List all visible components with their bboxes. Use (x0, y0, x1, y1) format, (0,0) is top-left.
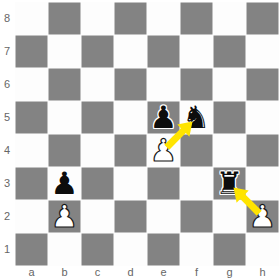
file-label-g: g (213, 266, 246, 280)
square-a3[interactable] (15, 167, 48, 200)
rank-label-5: 5 (0, 101, 14, 134)
piece-black-knight-f5[interactable]: ♞ (180, 101, 213, 134)
square-h5[interactable] (246, 101, 279, 134)
square-h1[interactable] (246, 233, 279, 266)
square-c7[interactable] (81, 35, 114, 68)
square-e2[interactable] (147, 200, 180, 233)
square-h4[interactable] (246, 134, 279, 167)
square-g2[interactable] (213, 200, 246, 233)
square-h8[interactable] (246, 2, 279, 35)
square-e7[interactable] (147, 35, 180, 68)
square-d5[interactable] (114, 101, 147, 134)
square-a1[interactable] (15, 233, 48, 266)
square-h3[interactable] (246, 167, 279, 200)
square-f3[interactable] (180, 167, 213, 200)
square-g5[interactable] (213, 101, 246, 134)
square-c8[interactable] (81, 2, 114, 35)
square-f5[interactable]: ♞ (180, 101, 213, 134)
file-label-b: b (48, 266, 81, 280)
square-g6[interactable] (213, 68, 246, 101)
square-c4[interactable] (81, 134, 114, 167)
file-label-e: e (147, 266, 180, 280)
square-e3[interactable] (147, 167, 180, 200)
square-g8[interactable] (213, 2, 246, 35)
square-a7[interactable] (15, 35, 48, 68)
piece-white-pawn-b2[interactable]: ♟ (48, 200, 81, 233)
square-b6[interactable] (48, 68, 81, 101)
rank-label-4: 4 (0, 134, 14, 167)
chess-board-panel: 87654321 ♟♞♟♟♜♟♟ abcdefgh (0, 0, 280, 280)
square-f4[interactable] (180, 134, 213, 167)
square-c5[interactable] (81, 101, 114, 134)
square-a8[interactable] (15, 2, 48, 35)
rank-label-2: 2 (0, 200, 14, 233)
square-a5[interactable] (15, 101, 48, 134)
rank-label-8: 8 (0, 2, 14, 35)
square-g3[interactable]: ♜ (213, 167, 246, 200)
square-g7[interactable] (213, 35, 246, 68)
square-c2[interactable] (81, 200, 114, 233)
square-f7[interactable] (180, 35, 213, 68)
rank-label-6: 6 (0, 68, 14, 101)
file-label-h: h (246, 266, 279, 280)
square-d8[interactable] (114, 2, 147, 35)
square-f6[interactable] (180, 68, 213, 101)
square-d1[interactable] (114, 233, 147, 266)
piece-white-pawn-e4[interactable]: ♟ (147, 134, 180, 167)
square-e5[interactable]: ♟ (147, 101, 180, 134)
piece-white-pawn-h2[interactable]: ♟ (246, 200, 279, 233)
square-a2[interactable] (15, 200, 48, 233)
square-b5[interactable] (48, 101, 81, 134)
board: ♟♞♟♟♜♟♟ (15, 2, 279, 266)
file-label-d: d (114, 266, 147, 280)
square-e6[interactable] (147, 68, 180, 101)
square-b3[interactable]: ♟ (48, 167, 81, 200)
rank-label-7: 7 (0, 35, 14, 68)
file-label-f: f (180, 266, 213, 280)
square-e4[interactable]: ♟ (147, 134, 180, 167)
square-c3[interactable] (81, 167, 114, 200)
square-f8[interactable] (180, 2, 213, 35)
square-e8[interactable] (147, 2, 180, 35)
square-d7[interactable] (114, 35, 147, 68)
square-b1[interactable] (48, 233, 81, 266)
square-h2[interactable]: ♟ (246, 200, 279, 233)
square-a4[interactable] (15, 134, 48, 167)
square-c1[interactable] (81, 233, 114, 266)
square-g4[interactable] (213, 134, 246, 167)
file-label-a: a (15, 266, 48, 280)
square-b7[interactable] (48, 35, 81, 68)
piece-black-pawn-e5[interactable]: ♟ (147, 101, 180, 134)
square-b2[interactable]: ♟ (48, 200, 81, 233)
square-h6[interactable] (246, 68, 279, 101)
square-h7[interactable] (246, 35, 279, 68)
piece-black-rook-g3[interactable]: ♜ (213, 167, 246, 200)
file-labels: abcdefgh (15, 266, 279, 280)
square-b8[interactable] (48, 2, 81, 35)
square-f1[interactable] (180, 233, 213, 266)
square-d3[interactable] (114, 167, 147, 200)
square-d2[interactable] (114, 200, 147, 233)
rank-label-3: 3 (0, 167, 14, 200)
square-b4[interactable] (48, 134, 81, 167)
square-d6[interactable] (114, 68, 147, 101)
piece-black-pawn-b3[interactable]: ♟ (48, 167, 81, 200)
square-f2[interactable] (180, 200, 213, 233)
square-g1[interactable] (213, 233, 246, 266)
square-e1[interactable] (147, 233, 180, 266)
square-d4[interactable] (114, 134, 147, 167)
rank-label-1: 1 (0, 233, 14, 266)
square-a6[interactable] (15, 68, 48, 101)
square-c6[interactable] (81, 68, 114, 101)
rank-labels: 87654321 (0, 2, 14, 266)
file-label-c: c (81, 266, 114, 280)
